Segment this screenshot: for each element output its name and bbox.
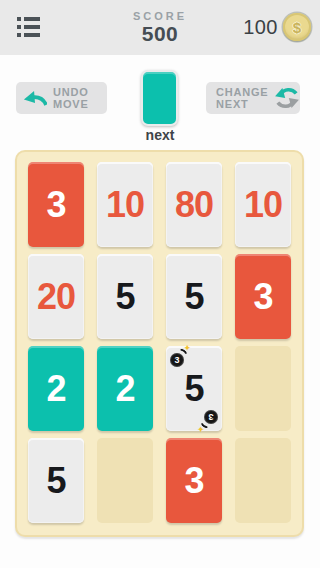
card-value: 20 — [37, 276, 75, 318]
card-10[interactable]: 10 — [235, 162, 291, 247]
spark-icon: ✦ — [197, 424, 205, 433]
card-value: 2 — [46, 368, 65, 410]
card-80[interactable]: 80 — [166, 162, 222, 247]
card-value: 10 — [106, 184, 144, 226]
header-bar: SCORE 500 100 $ — [0, 0, 320, 55]
card-5[interactable]: 53✦3✦ — [166, 346, 222, 431]
bomb-icon: 3✦ — [204, 410, 218, 424]
empty-cell — [97, 438, 153, 523]
card-5[interactable]: 5 — [28, 438, 84, 523]
card-value: 5 — [184, 276, 203, 318]
coin-count: 100 — [243, 16, 278, 39]
card-value: 3 — [184, 460, 203, 502]
change-next-button[interactable]: CHANGENEXT — [206, 82, 300, 114]
card-3[interactable]: 3 — [28, 162, 84, 247]
swap-arrows-icon — [274, 87, 300, 109]
bomb-icon: 3✦ — [170, 353, 184, 367]
card-2[interactable]: 2 — [97, 346, 153, 431]
card-value: 3 — [46, 184, 65, 226]
game-board[interactable]: 3108010205532253✦3✦53 — [15, 150, 304, 537]
undo-move-button[interactable]: UNDOMOVE — [16, 82, 107, 114]
undo-curved-arrow-icon — [23, 90, 47, 107]
card-value: 5 — [115, 276, 134, 318]
card-2[interactable]: 2 — [28, 346, 84, 431]
next-card-label: next — [0, 127, 320, 143]
card-5[interactable]: 5 — [97, 254, 153, 339]
card-5[interactable]: 5 — [166, 254, 222, 339]
card-10[interactable]: 10 — [97, 162, 153, 247]
card-value: 10 — [244, 184, 282, 226]
card-3[interactable]: 3 — [166, 438, 222, 523]
undo-button-label: UNDOMOVE — [53, 86, 89, 110]
card-20[interactable]: 20 — [28, 254, 84, 339]
card-value: 3 — [253, 276, 272, 318]
next-card-preview — [141, 70, 178, 126]
card-value: 2 — [115, 368, 134, 410]
change-next-button-label: CHANGENEXT — [216, 86, 268, 110]
board-grid: 3108010205532253✦3✦53 — [28, 162, 291, 523]
empty-cell — [235, 346, 291, 431]
card-value: 5 — [46, 460, 65, 502]
game-screen: SCORE 500 100 $ UNDOMOVE next CHANGENEXT — [0, 0, 320, 568]
empty-cell — [235, 438, 291, 523]
dollar-symbol: $ — [293, 19, 301, 36]
coin-counter[interactable]: 100 $ — [243, 13, 311, 41]
card-value: 5 — [184, 368, 203, 410]
card-3[interactable]: 3 — [235, 254, 291, 339]
dollar-coin-icon: $ — [283, 13, 311, 41]
card-value: 80 — [175, 184, 213, 226]
spark-icon: ✦ — [183, 344, 191, 353]
